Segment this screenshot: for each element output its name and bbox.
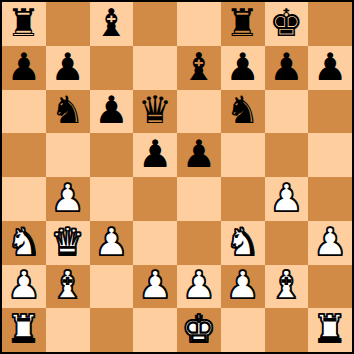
square-a1[interactable]: ♜	[2, 308, 46, 352]
piece-white-pawn[interactable]: ♟	[138, 266, 172, 304]
piece-white-pawn[interactable]: ♟	[7, 266, 41, 304]
piece-black-rook[interactable]: ♜	[7, 4, 41, 42]
piece-black-rook[interactable]: ♜	[226, 4, 260, 42]
piece-black-pawn[interactable]: ♟	[51, 48, 85, 86]
square-g5[interactable]	[265, 133, 309, 177]
square-b5[interactable]	[46, 133, 90, 177]
square-d2[interactable]: ♟	[133, 265, 177, 309]
piece-white-king[interactable]: ♚	[182, 310, 216, 348]
piece-black-bishop[interactable]: ♝	[182, 48, 216, 86]
square-a3[interactable]: ♞	[2, 221, 46, 265]
piece-white-queen[interactable]: ♛	[51, 223, 85, 261]
piece-white-knight[interactable]: ♞	[226, 223, 260, 261]
piece-black-pawn[interactable]: ♟	[269, 48, 303, 86]
square-d6[interactable]: ♛	[133, 90, 177, 134]
square-f7[interactable]: ♟	[221, 46, 265, 90]
square-b8[interactable]	[46, 2, 90, 46]
square-g3[interactable]	[265, 221, 309, 265]
square-d3[interactable]	[133, 221, 177, 265]
square-b7[interactable]: ♟	[46, 46, 90, 90]
square-e6[interactable]	[177, 90, 221, 134]
piece-white-bishop[interactable]: ♝	[51, 266, 85, 304]
square-e1[interactable]: ♚	[177, 308, 221, 352]
square-d5[interactable]: ♟	[133, 133, 177, 177]
square-c7[interactable]	[90, 46, 134, 90]
square-f4[interactable]	[221, 177, 265, 221]
square-e8[interactable]	[177, 2, 221, 46]
square-b3[interactable]: ♛	[46, 221, 90, 265]
square-f1[interactable]	[221, 308, 265, 352]
square-h7[interactable]: ♟	[308, 46, 352, 90]
square-f3[interactable]: ♞	[221, 221, 265, 265]
square-c1[interactable]	[90, 308, 134, 352]
square-b2[interactable]: ♝	[46, 265, 90, 309]
square-a4[interactable]	[2, 177, 46, 221]
square-b1[interactable]	[46, 308, 90, 352]
square-d4[interactable]	[133, 177, 177, 221]
piece-black-pawn[interactable]: ♟	[182, 135, 216, 173]
chess-board: ♜♝♜♚♟♟♝♟♟♟♞♟♛♞♟♟♟♟♞♛♟♞♟♟♝♟♟♟♝♜♚♜	[0, 0, 354, 354]
chess-diagram: ♜♝♜♚♟♟♝♟♟♟♞♟♛♞♟♟♟♟♞♛♟♞♟♟♝♟♟♟♝♜♚♜	[0, 0, 354, 354]
square-c8[interactable]: ♝	[90, 2, 134, 46]
square-b6[interactable]: ♞	[46, 90, 90, 134]
square-a8[interactable]: ♜	[2, 2, 46, 46]
square-h6[interactable]	[308, 90, 352, 134]
square-a7[interactable]: ♟	[2, 46, 46, 90]
piece-black-pawn[interactable]: ♟	[226, 48, 260, 86]
piece-black-bishop[interactable]: ♝	[94, 4, 128, 42]
square-d1[interactable]	[133, 308, 177, 352]
square-h2[interactable]	[308, 265, 352, 309]
square-f6[interactable]: ♞	[221, 90, 265, 134]
square-f8[interactable]: ♜	[221, 2, 265, 46]
piece-white-pawn[interactable]: ♟	[182, 266, 216, 304]
square-a2[interactable]: ♟	[2, 265, 46, 309]
square-h3[interactable]: ♟	[308, 221, 352, 265]
square-a5[interactable]	[2, 133, 46, 177]
piece-white-pawn[interactable]: ♟	[226, 266, 260, 304]
square-e7[interactable]: ♝	[177, 46, 221, 90]
piece-black-knight[interactable]: ♞	[226, 91, 260, 129]
square-e5[interactable]: ♟	[177, 133, 221, 177]
square-c2[interactable]	[90, 265, 134, 309]
square-b4[interactable]: ♟	[46, 177, 90, 221]
square-f5[interactable]	[221, 133, 265, 177]
square-c4[interactable]	[90, 177, 134, 221]
piece-white-pawn[interactable]: ♟	[269, 179, 303, 217]
piece-black-pawn[interactable]: ♟	[138, 135, 172, 173]
square-h8[interactable]	[308, 2, 352, 46]
square-g7[interactable]: ♟	[265, 46, 309, 90]
square-c6[interactable]: ♟	[90, 90, 134, 134]
piece-white-bishop[interactable]: ♝	[269, 266, 303, 304]
square-e3[interactable]	[177, 221, 221, 265]
piece-white-pawn[interactable]: ♟	[94, 223, 128, 261]
square-a6[interactable]	[2, 90, 46, 134]
square-h5[interactable]	[308, 133, 352, 177]
square-e2[interactable]: ♟	[177, 265, 221, 309]
square-d8[interactable]	[133, 2, 177, 46]
square-c3[interactable]: ♟	[90, 221, 134, 265]
piece-black-pawn[interactable]: ♟	[94, 91, 128, 129]
square-f2[interactable]: ♟	[221, 265, 265, 309]
piece-black-pawn[interactable]: ♟	[313, 48, 347, 86]
piece-white-rook[interactable]: ♜	[313, 310, 347, 348]
piece-white-pawn[interactable]: ♟	[313, 223, 347, 261]
piece-black-king[interactable]: ♚	[269, 4, 303, 42]
square-g4[interactable]: ♟	[265, 177, 309, 221]
square-h1[interactable]: ♜	[308, 308, 352, 352]
square-e4[interactable]	[177, 177, 221, 221]
square-g2[interactable]: ♝	[265, 265, 309, 309]
piece-black-pawn[interactable]: ♟	[7, 48, 41, 86]
piece-white-rook[interactable]: ♜	[7, 310, 41, 348]
piece-black-queen[interactable]: ♛	[138, 91, 172, 129]
square-g6[interactable]	[265, 90, 309, 134]
piece-white-pawn[interactable]: ♟	[51, 179, 85, 217]
piece-white-knight[interactable]: ♞	[7, 223, 41, 261]
square-c5[interactable]	[90, 133, 134, 177]
piece-black-knight[interactable]: ♞	[51, 91, 85, 129]
square-g8[interactable]: ♚	[265, 2, 309, 46]
square-h4[interactable]	[308, 177, 352, 221]
square-d7[interactable]	[133, 46, 177, 90]
square-g1[interactable]	[265, 308, 309, 352]
